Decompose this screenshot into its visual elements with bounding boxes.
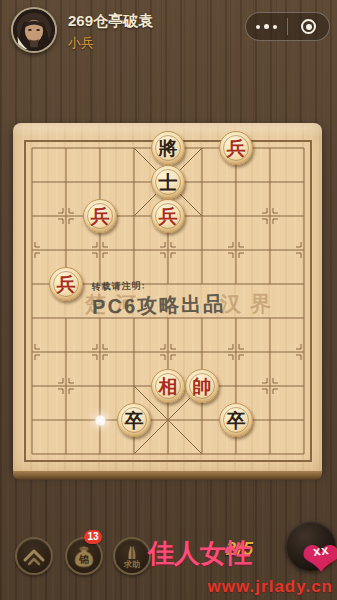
piece-character: 兵 [57,275,76,294]
more-dots-icon [273,25,277,29]
piece-character: 卒 [125,411,144,430]
piece-red-soldier[interactable]: 兵 [151,199,185,233]
praying-hands-icon: 求助 [115,539,149,573]
piece-character: 兵 [227,139,246,158]
piece-character: 相 [159,377,178,396]
avatar-portrait [13,9,55,51]
money-bag-icon: 锦 [67,539,101,573]
piece-character: 士 [159,173,178,192]
board-bevel-edge [13,471,322,480]
piece-black-soldier[interactable]: 卒 [219,403,253,437]
corner-orb [286,521,336,571]
wechat-capsule [245,12,330,41]
svg-text:锦: 锦 [78,554,89,565]
circled-dot-icon [301,19,316,34]
svg-text:求助: 求助 [123,560,140,569]
expand-menu-button[interactable] [15,537,53,575]
piece-red-soldier[interactable]: 兵 [219,131,253,165]
piece-black-general[interactable]: 將 [151,131,185,165]
avatar [11,7,57,53]
piece-red-elephant[interactable]: 相 [151,369,185,403]
piece-red-soldier[interactable]: 兵 [83,199,117,233]
piece-character: 將 [159,139,178,158]
piece-red-soldier[interactable]: 兵 [49,267,83,301]
level-title: 269仓亭破袁 [68,12,153,31]
piece-character: 帥 [193,377,212,396]
piece-character: 兵 [159,207,178,226]
piece-character: 卒 [227,411,246,430]
footer-bar: 锦 13 求助 2/5 [0,525,337,600]
move-highlight-dot [95,415,106,426]
close-minimize-button[interactable] [288,13,329,40]
move-highlight-cell[interactable] [83,403,117,437]
progress-counter: 2/5 [226,539,254,560]
help-button[interactable]: 求助 [113,537,151,575]
chevron-up-icon [17,539,51,573]
piece-black-advisor[interactable]: 士 [151,165,185,199]
difficulty-label: 小兵 [68,34,94,52]
header-bar: 269仓亭破袁 小兵 [0,0,337,62]
xiangqi-board[interactable]: 楚河 汉界 將兵士兵兵兵相帥卒卒 [13,123,322,472]
tip-bag-badge: 13 [84,530,102,544]
more-dots-icon [256,25,260,29]
piece-black-soldier[interactable]: 卒 [117,403,151,437]
pieces-layer: 將兵士兵兵兵相帥卒卒 [15,131,321,471]
piece-red-general[interactable]: 帥 [185,369,219,403]
more-dots-icon [264,24,269,29]
more-button[interactable] [246,13,287,40]
piece-character: 兵 [91,207,110,226]
